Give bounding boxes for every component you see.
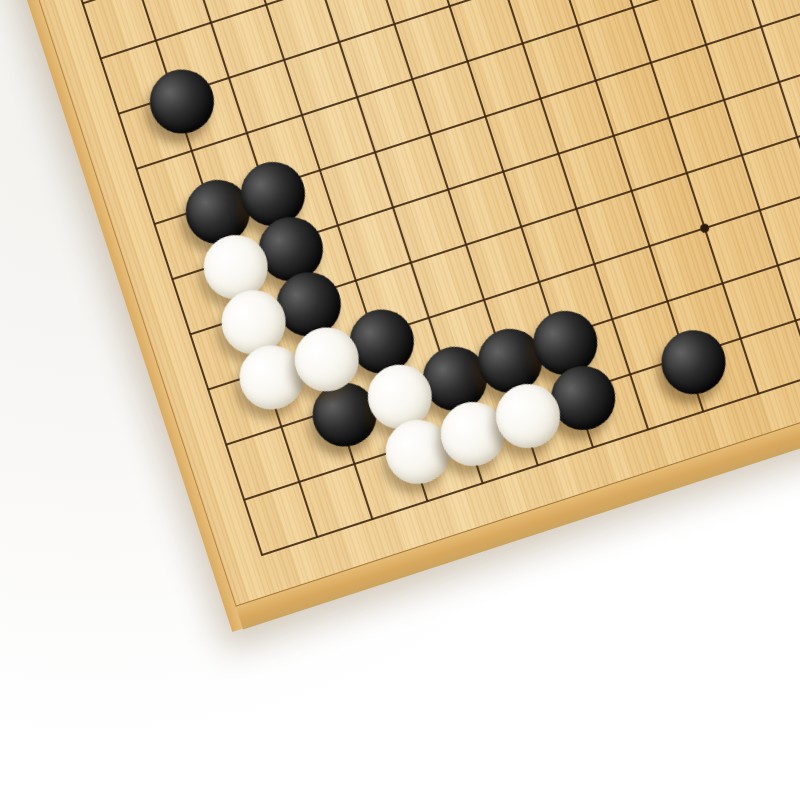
- grid-line-vertical: [490, 0, 800, 377]
- star-point-k4: [699, 223, 710, 234]
- black-stone-b9: [142, 61, 223, 142]
- grid-line-vertical: [710, 0, 800, 305]
- photo-background: [0, 0, 800, 800]
- grid-line-vertical: [655, 0, 800, 323]
- black-stone-j2: [653, 322, 734, 403]
- go-board: [0, 0, 800, 605]
